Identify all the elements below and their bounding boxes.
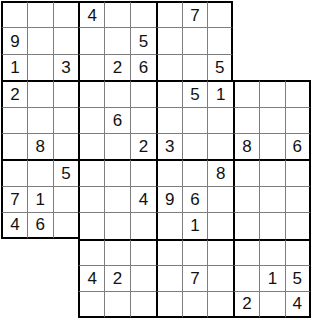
cell-r10c4[interactable] (78, 239, 104, 265)
given-digit-r6c12[interactable]: 6 (285, 133, 311, 159)
given-digit-r11c11[interactable]: 1 (259, 265, 285, 291)
cell-r6c8[interactable] (182, 133, 208, 159)
given-digit-r8c7[interactable]: 9 (156, 186, 182, 212)
void-area-r1c11 (259, 1, 285, 27)
given-digit-r3c6[interactable]: 6 (130, 54, 156, 80)
cell-r1c5[interactable] (104, 1, 130, 27)
cell-r1c3[interactable] (53, 1, 79, 27)
cell-r8c9[interactable] (207, 186, 233, 212)
given-digit-r11c8[interactable]: 7 (182, 265, 208, 291)
given-digit-r3c3[interactable]: 3 (53, 54, 79, 80)
void-area-r12c2 (27, 291, 53, 317)
void-area-r2c11 (259, 27, 285, 53)
void-area-r3c11 (259, 54, 285, 80)
void-area-r3c10 (233, 54, 259, 80)
cell-r1c9[interactable] (207, 1, 233, 27)
cell-r10c6[interactable] (130, 239, 156, 265)
cell-r5c10[interactable] (233, 107, 259, 133)
cell-r6c11[interactable] (259, 133, 285, 159)
given-digit-r8c8[interactable]: 6 (182, 186, 208, 212)
cell-r8c11[interactable] (259, 186, 285, 212)
cell-r8c10[interactable] (233, 186, 259, 212)
cell-r4c5[interactable] (104, 80, 130, 106)
given-digit-r7c9[interactable]: 8 (207, 159, 233, 185)
cell-r5c2[interactable] (27, 107, 53, 133)
cell-r5c1[interactable] (1, 107, 27, 133)
cell-r7c6[interactable] (130, 159, 156, 185)
void-area-r10c1 (1, 239, 27, 265)
cell-r7c7[interactable] (156, 159, 182, 185)
cell-r4c12[interactable] (285, 80, 311, 106)
cell-r4c11[interactable] (259, 80, 285, 106)
cell-r6c3[interactable] (53, 133, 79, 159)
given-digit-r6c6[interactable]: 2 (130, 133, 156, 159)
given-digit-r9c2[interactable]: 6 (27, 212, 53, 238)
cell-r8c3[interactable] (53, 186, 79, 212)
void-area-r2c10 (233, 27, 259, 53)
cell-r4c4[interactable] (78, 80, 104, 106)
cell-r9c10[interactable] (233, 212, 259, 238)
cell-r9c3[interactable] (53, 212, 79, 238)
cell-r4c7[interactable] (156, 80, 182, 106)
cell-r2c4[interactable] (78, 27, 104, 53)
cell-r10c5[interactable] (104, 239, 130, 265)
cell-r10c7[interactable] (156, 239, 182, 265)
cell-r5c12[interactable] (285, 107, 311, 133)
given-digit-r12c12[interactable]: 4 (285, 291, 311, 317)
void-area-r2c12 (285, 27, 311, 53)
given-digit-r9c1[interactable]: 4 (1, 212, 27, 238)
cell-r1c2[interactable] (27, 1, 53, 27)
cell-r9c7[interactable] (156, 212, 182, 238)
cell-r12c7[interactable] (156, 291, 182, 317)
cell-r7c11[interactable] (259, 159, 285, 185)
cell-r5c3[interactable] (53, 107, 79, 133)
cell-r5c8[interactable] (182, 107, 208, 133)
void-area-r12c1 (1, 291, 27, 317)
given-digit-r6c7[interactable]: 3 (156, 133, 182, 159)
cell-r5c4[interactable] (78, 107, 104, 133)
sudoku-board: 47951326525168238658714964614271524 (1, 1, 311, 318)
cell-r12c4[interactable] (78, 291, 104, 317)
void-area-r10c3 (53, 239, 79, 265)
cell-r11c9[interactable] (207, 265, 233, 291)
cell-r11c10[interactable] (233, 265, 259, 291)
cell-r11c6[interactable] (130, 265, 156, 291)
cell-r9c11[interactable] (259, 212, 285, 238)
cell-r1c7[interactable] (156, 1, 182, 27)
cell-r5c9[interactable] (207, 107, 233, 133)
cell-r5c7[interactable] (156, 107, 182, 133)
cell-r2c3[interactable] (53, 27, 79, 53)
cell-r9c12[interactable] (285, 212, 311, 238)
given-digit-r9c8[interactable]: 1 (182, 212, 208, 238)
given-digit-r4c8[interactable]: 5 (182, 80, 208, 106)
void-area-r12c3 (53, 291, 79, 317)
given-digit-r6c2[interactable]: 8 (27, 133, 53, 159)
cell-r1c6[interactable] (130, 1, 156, 27)
cell-r7c2[interactable] (27, 159, 53, 185)
given-digit-r2c6[interactable]: 5 (130, 27, 156, 53)
given-digit-r1c8[interactable]: 7 (182, 1, 208, 27)
cell-r10c8[interactable] (182, 239, 208, 265)
cell-r7c5[interactable] (104, 159, 130, 185)
given-digit-r6c10[interactable]: 8 (233, 133, 259, 159)
cell-r7c12[interactable] (285, 159, 311, 185)
cell-r2c9[interactable] (207, 27, 233, 53)
void-area-r10c2 (27, 239, 53, 265)
cell-r5c11[interactable] (259, 107, 285, 133)
cell-r3c7[interactable] (156, 54, 182, 80)
cell-r3c4[interactable] (78, 54, 104, 80)
void-area-r11c3 (53, 265, 79, 291)
void-area-r1c10 (233, 1, 259, 27)
cell-r2c2[interactable] (27, 27, 53, 53)
given-digit-r7c3[interactable]: 5 (53, 159, 79, 185)
cell-r12c11[interactable] (259, 291, 285, 317)
given-digit-r8c2[interactable]: 1 (27, 186, 53, 212)
cell-r2c7[interactable] (156, 27, 182, 53)
cell-r12c6[interactable] (130, 291, 156, 317)
cell-r9c6[interactable] (130, 212, 156, 238)
cell-r3c2[interactable] (27, 54, 53, 80)
cell-r1c1[interactable] (1, 1, 27, 27)
cell-r8c5[interactable] (104, 186, 130, 212)
void-area-r11c2 (27, 265, 53, 291)
cell-r7c8[interactable] (182, 159, 208, 185)
cell-r4c3[interactable] (53, 80, 79, 106)
void-area-r11c1 (1, 265, 27, 291)
void-area-r3c12 (285, 54, 311, 80)
void-area-r1c12 (285, 1, 311, 27)
cell-r10c12[interactable] (285, 239, 311, 265)
cell-r7c4[interactable] (78, 159, 104, 185)
given-digit-r3c9[interactable]: 5 (207, 54, 233, 80)
cell-r5c6[interactable] (130, 107, 156, 133)
cell-r6c4[interactable] (78, 133, 104, 159)
cell-r7c10[interactable] (233, 159, 259, 185)
cell-r12c5[interactable] (104, 291, 130, 317)
cell-r8c12[interactable] (285, 186, 311, 212)
cell-r6c5[interactable] (104, 133, 130, 159)
cell-r10c9[interactable] (207, 239, 233, 265)
cell-r4c2[interactable] (27, 80, 53, 106)
cell-r4c10[interactable] (233, 80, 259, 106)
given-digit-r2c1[interactable]: 9 (1, 27, 27, 53)
given-digit-r8c1[interactable]: 7 (1, 186, 27, 212)
given-digit-r3c1[interactable]: 1 (1, 54, 27, 80)
cell-r4c6[interactable] (130, 80, 156, 106)
given-digit-r1c4[interactable]: 4 (78, 1, 104, 27)
cell-r2c5[interactable] (104, 27, 130, 53)
cell-r10c11[interactable] (259, 239, 285, 265)
cell-r6c9[interactable] (207, 133, 233, 159)
cell-r12c8[interactable] (182, 291, 208, 317)
given-digit-r11c12[interactable]: 5 (285, 265, 311, 291)
cell-r9c4[interactable] (78, 212, 104, 238)
given-digit-r5c5[interactable]: 6 (104, 107, 130, 133)
given-digit-r3c5[interactable]: 2 (104, 54, 130, 80)
cell-r9c9[interactable] (207, 212, 233, 238)
cell-r12c9[interactable] (207, 291, 233, 317)
given-digit-r11c4[interactable]: 4 (78, 265, 104, 291)
cell-r10c10[interactable] (233, 239, 259, 265)
given-digit-r8c6[interactable]: 4 (130, 186, 156, 212)
cell-r11c7[interactable] (156, 265, 182, 291)
cell-r2c8[interactable] (182, 27, 208, 53)
cell-r9c5[interactable] (104, 212, 130, 238)
given-digit-r4c9[interactable]: 1 (207, 80, 233, 106)
cell-r3c8[interactable] (182, 54, 208, 80)
cell-r7c1[interactable] (1, 159, 27, 185)
cell-r6c1[interactable] (1, 133, 27, 159)
given-digit-r12c10[interactable]: 2 (233, 291, 259, 317)
given-digit-r11c5[interactable]: 2 (104, 265, 130, 291)
cell-r8c4[interactable] (78, 186, 104, 212)
given-digit-r4c1[interactable]: 2 (1, 80, 27, 106)
